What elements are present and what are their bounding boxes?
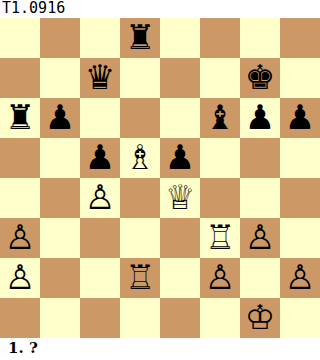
piece-black-bishop: ♝ xyxy=(205,97,235,137)
square-d6[interactable] xyxy=(120,98,160,138)
square-a3[interactable]: ♙ xyxy=(0,218,40,258)
square-h6[interactable]: ♟ xyxy=(280,98,320,138)
square-g5[interactable] xyxy=(240,138,280,178)
piece-white-pawn: ♙ xyxy=(245,217,275,257)
square-h7[interactable] xyxy=(280,58,320,98)
piece-black-pawn: ♟ xyxy=(165,137,195,177)
square-f5[interactable] xyxy=(200,138,240,178)
square-e4[interactable]: ♕ xyxy=(160,178,200,218)
square-f2[interactable]: ♙ xyxy=(200,258,240,298)
square-b4[interactable] xyxy=(40,178,80,218)
square-e6[interactable] xyxy=(160,98,200,138)
piece-white-bishop: ♗ xyxy=(125,137,155,177)
square-a2[interactable]: ♙ xyxy=(0,258,40,298)
square-c7[interactable]: ♛ xyxy=(80,58,120,98)
square-h1[interactable] xyxy=(280,298,320,338)
square-f4[interactable] xyxy=(200,178,240,218)
square-d3[interactable] xyxy=(120,218,160,258)
piece-white-rook: ♖ xyxy=(205,217,235,257)
square-f6[interactable]: ♝ xyxy=(200,98,240,138)
square-g8[interactable] xyxy=(240,18,280,58)
square-h3[interactable] xyxy=(280,218,320,258)
square-e8[interactable] xyxy=(160,18,200,58)
square-b5[interactable] xyxy=(40,138,80,178)
square-g6[interactable]: ♟ xyxy=(240,98,280,138)
piece-white-pawn: ♙ xyxy=(205,257,235,297)
piece-white-pawn: ♙ xyxy=(5,257,35,297)
square-g4[interactable] xyxy=(240,178,280,218)
piece-black-queen: ♛ xyxy=(85,57,115,97)
square-f8[interactable] xyxy=(200,18,240,58)
square-c1[interactable] xyxy=(80,298,120,338)
square-a5[interactable] xyxy=(0,138,40,178)
square-a8[interactable] xyxy=(0,18,40,58)
square-d1[interactable] xyxy=(120,298,160,338)
square-h8[interactable] xyxy=(280,18,320,58)
puzzle-title: T1.0916 xyxy=(0,0,320,18)
square-f7[interactable] xyxy=(200,58,240,98)
square-a1[interactable] xyxy=(0,298,40,338)
square-b3[interactable] xyxy=(40,218,80,258)
square-a4[interactable] xyxy=(0,178,40,218)
square-d5[interactable]: ♗ xyxy=(120,138,160,178)
square-c4[interactable]: ♙ xyxy=(80,178,120,218)
square-g7[interactable]: ♚ xyxy=(240,58,280,98)
square-h2[interactable]: ♙ xyxy=(280,258,320,298)
square-d4[interactable] xyxy=(120,178,160,218)
square-e5[interactable]: ♟ xyxy=(160,138,200,178)
piece-black-rook: ♜ xyxy=(5,97,35,137)
square-e2[interactable] xyxy=(160,258,200,298)
square-a6[interactable]: ♜ xyxy=(0,98,40,138)
piece-black-rook: ♜ xyxy=(125,17,155,57)
piece-white-rook: ♖ xyxy=(125,257,155,297)
square-c8[interactable] xyxy=(80,18,120,58)
square-d7[interactable] xyxy=(120,58,160,98)
piece-white-pawn: ♙ xyxy=(285,257,315,297)
piece-white-pawn: ♙ xyxy=(5,217,35,257)
piece-white-king: ♔ xyxy=(245,297,275,337)
piece-black-pawn: ♟ xyxy=(285,97,315,137)
square-f3[interactable]: ♖ xyxy=(200,218,240,258)
square-f1[interactable] xyxy=(200,298,240,338)
square-c5[interactable]: ♟ xyxy=(80,138,120,178)
square-d8[interactable]: ♜ xyxy=(120,18,160,58)
square-e7[interactable] xyxy=(160,58,200,98)
square-h4[interactable] xyxy=(280,178,320,218)
square-a7[interactable] xyxy=(0,58,40,98)
square-b6[interactable]: ♟ xyxy=(40,98,80,138)
move-prompt: 1. ? xyxy=(0,338,320,360)
square-g2[interactable] xyxy=(240,258,280,298)
piece-white-pawn: ♙ xyxy=(85,177,115,217)
square-h5[interactable] xyxy=(280,138,320,178)
square-b2[interactable] xyxy=(40,258,80,298)
square-b1[interactable] xyxy=(40,298,80,338)
chess-board: ♜♛♚♜♟♝♟♟♟♗♟♙♕♙♖♙♙♖♙♙♔ xyxy=(0,18,320,338)
square-g1[interactable]: ♔ xyxy=(240,298,280,338)
square-c6[interactable] xyxy=(80,98,120,138)
square-b7[interactable] xyxy=(40,58,80,98)
square-g3[interactable]: ♙ xyxy=(240,218,280,258)
piece-black-pawn: ♟ xyxy=(45,97,75,137)
piece-black-pawn: ♟ xyxy=(85,137,115,177)
piece-black-king: ♚ xyxy=(245,57,275,97)
square-c3[interactable] xyxy=(80,218,120,258)
square-e3[interactable] xyxy=(160,218,200,258)
square-e1[interactable] xyxy=(160,298,200,338)
piece-white-queen: ♕ xyxy=(165,177,195,217)
square-b8[interactable] xyxy=(40,18,80,58)
square-c2[interactable] xyxy=(80,258,120,298)
square-d2[interactable]: ♖ xyxy=(120,258,160,298)
piece-black-pawn: ♟ xyxy=(245,97,275,137)
